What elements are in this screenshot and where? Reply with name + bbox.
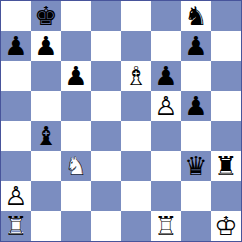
white-king[interactable]: ♚♔ <box>211 211 241 241</box>
square-h6[interactable] <box>211 61 241 91</box>
square-d2[interactable] <box>91 181 121 211</box>
square-e3[interactable] <box>121 151 151 181</box>
white-rook[interactable]: ♜♖ <box>1 211 31 241</box>
white-king-outline: ♔ <box>211 211 241 241</box>
black-pawn-glyph: ♟ <box>1 31 31 61</box>
square-f5[interactable]: ♟♙ <box>151 91 181 121</box>
black-pawn[interactable]: ♟ <box>31 31 61 61</box>
square-f3[interactable] <box>151 151 181 181</box>
square-f6[interactable]: ♟ <box>151 61 181 91</box>
chess-board: ♚♞♟♟♟♟♝♗♟♟♙♟♝♞♘♛♜♟♙♜♖♜♖♚♔ <box>0 0 242 242</box>
square-b7[interactable]: ♟ <box>31 31 61 61</box>
square-d3[interactable] <box>91 151 121 181</box>
square-c1[interactable] <box>61 211 91 241</box>
white-pawn-outline: ♙ <box>151 91 181 121</box>
black-pawn[interactable]: ♟ <box>151 61 181 91</box>
black-pawn[interactable]: ♟ <box>181 91 211 121</box>
square-b5[interactable] <box>31 91 61 121</box>
square-a8[interactable] <box>1 1 31 31</box>
square-d1[interactable] <box>91 211 121 241</box>
black-pawn-glyph: ♟ <box>181 91 211 121</box>
square-c3[interactable]: ♞♘ <box>61 151 91 181</box>
square-h3[interactable]: ♜ <box>211 151 241 181</box>
black-knight-glyph: ♞ <box>181 1 211 31</box>
black-pawn[interactable]: ♟ <box>1 31 31 61</box>
square-c4[interactable] <box>61 121 91 151</box>
white-rook-outline: ♖ <box>1 211 31 241</box>
square-h4[interactable] <box>211 121 241 151</box>
square-d5[interactable] <box>91 91 121 121</box>
white-bishop-outline: ♗ <box>121 61 151 91</box>
square-f8[interactable] <box>151 1 181 31</box>
square-h5[interactable] <box>211 91 241 121</box>
square-g5[interactable]: ♟ <box>181 91 211 121</box>
black-knight[interactable]: ♞ <box>181 1 211 31</box>
square-b2[interactable] <box>31 181 61 211</box>
black-pawn-glyph: ♟ <box>31 31 61 61</box>
square-a7[interactable]: ♟ <box>1 31 31 61</box>
square-h7[interactable] <box>211 31 241 61</box>
white-pawn-outline: ♙ <box>1 181 31 211</box>
white-pawn[interactable]: ♟♙ <box>151 91 181 121</box>
square-c2[interactable] <box>61 181 91 211</box>
square-g6[interactable] <box>181 61 211 91</box>
square-g2[interactable] <box>181 181 211 211</box>
black-pawn-glyph: ♟ <box>61 61 91 91</box>
square-a6[interactable] <box>1 61 31 91</box>
square-g3[interactable]: ♛ <box>181 151 211 181</box>
square-d6[interactable] <box>91 61 121 91</box>
square-a1[interactable]: ♜♖ <box>1 211 31 241</box>
black-pawn[interactable]: ♟ <box>181 31 211 61</box>
square-e1[interactable] <box>121 211 151 241</box>
square-h1[interactable]: ♚♔ <box>211 211 241 241</box>
square-f4[interactable] <box>151 121 181 151</box>
square-g1[interactable] <box>181 211 211 241</box>
white-pawn[interactable]: ♟♙ <box>1 181 31 211</box>
square-e4[interactable] <box>121 121 151 151</box>
square-b6[interactable] <box>31 61 61 91</box>
square-f1[interactable]: ♜♖ <box>151 211 181 241</box>
black-queen[interactable]: ♛ <box>181 151 211 181</box>
square-e6[interactable]: ♝♗ <box>121 61 151 91</box>
black-bishop-glyph: ♝ <box>31 121 61 151</box>
square-g7[interactable]: ♟ <box>181 31 211 61</box>
black-pawn[interactable]: ♟ <box>61 61 91 91</box>
square-c7[interactable] <box>61 31 91 61</box>
black-pawn-glyph: ♟ <box>151 61 181 91</box>
square-e2[interactable] <box>121 181 151 211</box>
black-pawn-glyph: ♟ <box>181 31 211 61</box>
square-a5[interactable] <box>1 91 31 121</box>
square-h8[interactable] <box>211 1 241 31</box>
square-b4[interactable]: ♝ <box>31 121 61 151</box>
square-d4[interactable] <box>91 121 121 151</box>
square-e5[interactable] <box>121 91 151 121</box>
square-h2[interactable] <box>211 181 241 211</box>
black-rook[interactable]: ♜ <box>211 151 241 181</box>
black-rook-glyph: ♜ <box>211 151 241 181</box>
black-king[interactable]: ♚ <box>31 1 61 31</box>
white-bishop[interactable]: ♝♗ <box>121 61 151 91</box>
square-e8[interactable] <box>121 1 151 31</box>
square-d8[interactable] <box>91 1 121 31</box>
square-e7[interactable] <box>121 31 151 61</box>
white-knight-outline: ♘ <box>61 151 91 181</box>
black-bishop[interactable]: ♝ <box>31 121 61 151</box>
square-c8[interactable] <box>61 1 91 31</box>
square-b3[interactable] <box>31 151 61 181</box>
square-d7[interactable] <box>91 31 121 61</box>
white-rook-outline: ♖ <box>151 211 181 241</box>
square-a2[interactable]: ♟♙ <box>1 181 31 211</box>
square-f7[interactable] <box>151 31 181 61</box>
square-g8[interactable]: ♞ <box>181 1 211 31</box>
white-knight[interactable]: ♞♘ <box>61 151 91 181</box>
square-c5[interactable] <box>61 91 91 121</box>
square-b8[interactable]: ♚ <box>31 1 61 31</box>
square-g4[interactable] <box>181 121 211 151</box>
square-b1[interactable] <box>31 211 61 241</box>
square-a4[interactable] <box>1 121 31 151</box>
black-queen-glyph: ♛ <box>181 151 211 181</box>
square-f2[interactable] <box>151 181 181 211</box>
square-c6[interactable]: ♟ <box>61 61 91 91</box>
square-a3[interactable] <box>1 151 31 181</box>
black-king-glyph: ♚ <box>31 1 61 31</box>
white-rook[interactable]: ♜♖ <box>151 211 181 241</box>
